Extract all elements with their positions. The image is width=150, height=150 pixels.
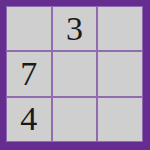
grid-cell-r2c0[interactable]: 4 — [7, 98, 51, 141]
grid-cell-r2c1[interactable] — [53, 98, 97, 141]
puzzle-board: 3 7 4 — [0, 0, 150, 150]
grid-cell-r1c2[interactable] — [98, 52, 142, 95]
grid-cell-r2c2[interactable] — [98, 98, 142, 141]
puzzle-grid: 3 7 4 — [6, 6, 143, 142]
grid-cell-r0c0[interactable] — [7, 7, 51, 50]
grid-cell-r1c0[interactable]: 7 — [7, 52, 51, 95]
grid-cell-r1c1[interactable] — [53, 52, 97, 95]
grid-cell-r0c1[interactable]: 3 — [53, 7, 97, 50]
grid-cell-r0c2[interactable] — [98, 7, 142, 50]
